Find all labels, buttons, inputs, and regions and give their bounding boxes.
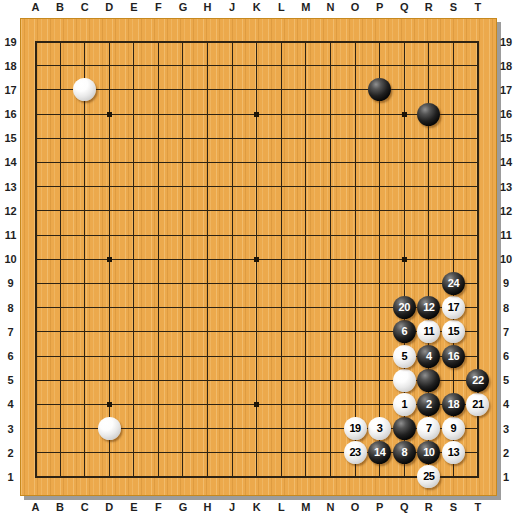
row-label-11-left: 11 — [0, 228, 21, 242]
column-label-K-top: K — [247, 0, 267, 14]
column-label-N-bottom: N — [320, 500, 340, 514]
row-label-2-right: 2 — [496, 446, 516, 460]
star-point-K10 — [254, 257, 259, 262]
grid-line-vertical — [330, 42, 331, 477]
move-number: 20 — [399, 301, 410, 313]
row-label-3-left: 3 — [0, 422, 21, 436]
star-point-D4 — [107, 402, 112, 407]
row-label-17-right: 17 — [496, 83, 516, 97]
row-label-15-left: 15 — [0, 131, 21, 145]
stone-white-O2-move-23[interactable]: 23 — [344, 441, 367, 464]
star-point-K16 — [254, 112, 259, 117]
grid-line-vertical — [281, 42, 282, 477]
stone-white-D3[interactable] — [98, 417, 121, 440]
stone-white-S8-move-17[interactable]: 17 — [442, 296, 465, 319]
row-label-6-left: 6 — [0, 349, 21, 363]
move-number: 25 — [423, 470, 434, 482]
move-number: 24 — [448, 277, 459, 289]
move-number: 11 — [423, 325, 434, 337]
stone-black-S6-move-16[interactable]: 16 — [442, 345, 465, 368]
column-label-J-top: J — [222, 0, 242, 14]
column-label-R-bottom: R — [419, 500, 439, 514]
row-label-9-right: 9 — [496, 276, 516, 290]
row-label-2-left: 2 — [0, 446, 21, 460]
move-number: 1 — [401, 398, 407, 410]
move-number: 6 — [401, 325, 407, 337]
row-label-15-right: 15 — [496, 131, 516, 145]
stone-white-Q5[interactable] — [393, 369, 416, 392]
stone-white-S3-move-9[interactable]: 9 — [442, 417, 465, 440]
stone-white-O3-move-19[interactable]: 19 — [344, 417, 367, 440]
column-label-H-top: H — [198, 0, 218, 14]
move-number: 5 — [401, 350, 407, 362]
grid-line-vertical — [305, 42, 306, 477]
column-label-A-bottom: A — [26, 500, 46, 514]
row-label-1-left: 1 — [0, 470, 21, 484]
column-label-S-bottom: S — [443, 500, 463, 514]
column-label-Q-top: Q — [394, 0, 414, 14]
row-label-11-right: 11 — [496, 228, 516, 242]
column-label-J-bottom: J — [222, 500, 242, 514]
column-label-S-top: S — [443, 0, 463, 14]
star-point-Q16 — [402, 112, 407, 117]
row-label-8-left: 8 — [0, 301, 21, 315]
column-label-T-top: T — [468, 0, 488, 14]
move-number: 16 — [448, 350, 459, 362]
stone-black-Q8-move-20[interactable]: 20 — [393, 296, 416, 319]
column-label-B-top: B — [50, 0, 70, 14]
column-label-K-bottom: K — [247, 500, 267, 514]
row-label-14-right: 14 — [496, 155, 516, 169]
move-number: 18 — [448, 398, 459, 410]
move-number: 9 — [451, 422, 457, 434]
column-label-E-bottom: E — [124, 500, 144, 514]
row-label-8-right: 8 — [496, 301, 516, 315]
column-label-G-bottom: G — [173, 500, 193, 514]
move-number: 15 — [448, 325, 459, 337]
row-label-6-right: 6 — [496, 349, 516, 363]
stone-black-Q7-move-6[interactable]: 6 — [393, 320, 416, 343]
stone-black-R6-move-4[interactable]: 4 — [417, 345, 440, 368]
row-label-7-right: 7 — [496, 325, 516, 339]
move-number: 8 — [401, 446, 407, 458]
column-label-B-bottom: B — [50, 500, 70, 514]
row-label-13-right: 13 — [496, 180, 516, 194]
stone-black-R16[interactable] — [417, 103, 440, 126]
grid-line-vertical — [379, 42, 380, 477]
column-label-C-top: C — [75, 0, 95, 14]
row-label-19-left: 19 — [0, 35, 21, 49]
stone-black-Q3[interactable] — [393, 417, 416, 440]
column-label-E-top: E — [124, 0, 144, 14]
move-number: 7 — [426, 422, 432, 434]
star-point-K4 — [254, 402, 259, 407]
row-label-16-left: 16 — [0, 107, 21, 121]
column-label-Q-bottom: Q — [394, 500, 414, 514]
move-number: 10 — [423, 446, 434, 458]
column-label-N-top: N — [320, 0, 340, 14]
column-label-P-bottom: P — [370, 500, 390, 514]
column-label-R-top: R — [419, 0, 439, 14]
column-label-T-bottom: T — [468, 500, 488, 514]
move-number: 13 — [448, 446, 459, 458]
move-number: 17 — [448, 301, 459, 313]
column-label-L-top: L — [271, 0, 291, 14]
move-number: 3 — [377, 422, 383, 434]
stone-black-S4-move-18[interactable]: 18 — [442, 393, 465, 416]
column-label-A-top: A — [26, 0, 46, 14]
column-label-O-top: O — [345, 0, 365, 14]
row-label-18-right: 18 — [496, 59, 516, 73]
move-number: 23 — [349, 446, 360, 458]
star-point-D10 — [107, 257, 112, 262]
row-label-16-right: 16 — [496, 107, 516, 121]
stone-black-Q2-move-8[interactable]: 8 — [393, 441, 416, 464]
column-label-F-bottom: F — [148, 500, 168, 514]
row-label-3-right: 3 — [496, 422, 516, 436]
column-label-P-top: P — [370, 0, 390, 14]
column-label-G-top: G — [173, 0, 193, 14]
row-label-1-right: 1 — [496, 470, 516, 484]
move-number: 14 — [374, 446, 385, 458]
move-number: 2 — [426, 398, 432, 410]
move-number: 21 — [472, 398, 483, 410]
star-point-Q10 — [402, 257, 407, 262]
column-label-M-top: M — [296, 0, 316, 14]
column-label-D-top: D — [99, 0, 119, 14]
row-label-10-left: 10 — [0, 252, 21, 266]
column-label-M-bottom: M — [296, 500, 316, 514]
row-label-9-left: 9 — [0, 276, 21, 290]
row-label-12-left: 12 — [0, 204, 21, 218]
row-label-18-left: 18 — [0, 59, 21, 73]
column-label-F-top: F — [148, 0, 168, 14]
star-point-D16 — [107, 112, 112, 117]
move-number: 4 — [426, 350, 432, 362]
stone-black-R5[interactable] — [417, 369, 440, 392]
column-label-D-bottom: D — [99, 500, 119, 514]
move-number: 12 — [423, 301, 434, 313]
stone-white-Q6-move-5[interactable]: 5 — [393, 345, 416, 368]
row-label-19-right: 19 — [496, 35, 516, 49]
row-label-10-right: 10 — [496, 252, 516, 266]
stone-white-Q4-move-1[interactable]: 1 — [393, 393, 416, 416]
row-label-13-left: 13 — [0, 180, 21, 194]
row-label-4-right: 4 — [496, 397, 516, 411]
row-label-5-left: 5 — [0, 373, 21, 387]
row-label-17-left: 17 — [0, 83, 21, 97]
move-number: 22 — [472, 374, 483, 386]
grid-line-horizontal — [36, 283, 478, 284]
row-label-4-left: 4 — [0, 397, 21, 411]
column-label-L-bottom: L — [271, 500, 291, 514]
column-label-C-bottom: C — [75, 500, 95, 514]
row-label-12-right: 12 — [496, 204, 516, 218]
go-board-diagram: AABBCCDDEEFFGGHHJJKKLLMMNNOOPPQQRRSSTT19… — [0, 0, 516, 517]
row-label-7-left: 7 — [0, 325, 21, 339]
column-label-O-bottom: O — [345, 500, 365, 514]
grid-line-vertical — [355, 42, 356, 477]
stone-black-S9-move-24[interactable]: 24 — [442, 272, 465, 295]
row-label-5-right: 5 — [496, 373, 516, 387]
column-label-H-bottom: H — [198, 500, 218, 514]
move-number: 19 — [349, 422, 360, 434]
row-label-14-left: 14 — [0, 155, 21, 169]
